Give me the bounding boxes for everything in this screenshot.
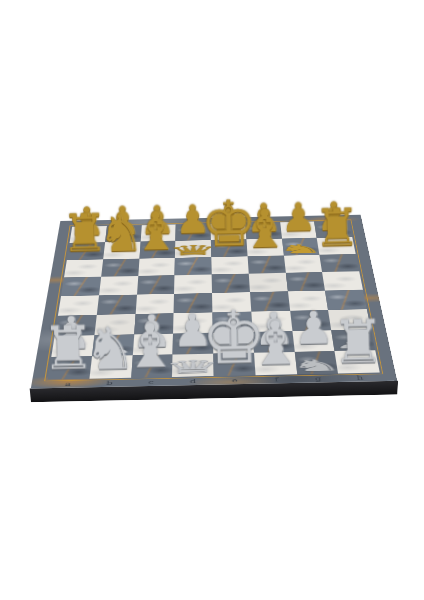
square-h4 [325, 290, 367, 310]
square-d6 [175, 257, 212, 275]
square-e4 [212, 292, 251, 312]
square-f3 [251, 311, 292, 332]
chessboard-scene: ♟♟♟♟♟♟♟♟♜♞♝♛♚♝♞♜♟♟♟♟♟♟♟♟♜♞♝♛♚♝♞♜ abcdefg… [44, 125, 381, 462]
square-e2: ♟ [213, 332, 254, 354]
square-c1: ♝ [131, 355, 173, 378]
square-g1: ♞ [294, 351, 338, 374]
gold-pawn-f8: ♟ [245, 199, 281, 239]
square-f7: ♝ [246, 239, 283, 257]
square-h3 [328, 309, 371, 330]
square-b6 [101, 258, 139, 276]
square-d2: ♟ [173, 333, 214, 355]
square-a4 [58, 295, 99, 315]
square-f4 [250, 291, 290, 311]
square-b7: ♞ [103, 241, 140, 259]
square-f5 [249, 273, 288, 292]
square-f2: ♟ [252, 331, 294, 353]
square-a2: ♟ [51, 335, 94, 357]
gold-pawn-e8: ♟ [210, 200, 246, 240]
square-f6 [247, 255, 285, 273]
square-g2: ♟ [292, 330, 335, 352]
square-b8: ♟ [105, 225, 141, 242]
square-b2: ♟ [92, 334, 134, 356]
square-a3 [55, 315, 97, 336]
board-border: ♟♟♟♟♟♟♟♟♜♞♝♛♚♝♞♜♟♟♟♟♟♟♟♟♜♞♝♛♚♝♞♜ abcdefg… [31, 215, 397, 389]
square-e5 [212, 274, 250, 293]
gold-pawn-g8: ♟ [281, 198, 317, 238]
silver-pawn-b2: ♟ [92, 343, 133, 356]
square-d1: ♛ [172, 354, 214, 377]
square-e1: ♚ [213, 353, 255, 376]
gold-pawn-b8: ♟ [104, 202, 140, 242]
square-a7: ♜ [67, 242, 105, 260]
square-d5 [174, 275, 212, 294]
square-e8: ♟ [211, 223, 247, 240]
square-e7: ♚ [211, 239, 247, 257]
square-h8: ♟ [314, 221, 352, 238]
square-g8: ♟ [280, 222, 317, 239]
square-g6 [283, 255, 322, 273]
square-a1: ♜ [48, 356, 92, 379]
square-c6 [138, 258, 175, 276]
square-e6 [211, 256, 248, 274]
square-b4 [97, 295, 137, 315]
gold-pawn-a8: ♟ [69, 202, 105, 242]
square-b1: ♞ [89, 355, 132, 378]
square-c2: ♟ [132, 333, 173, 355]
square-d8: ♟ [176, 224, 211, 241]
square-h6 [320, 254, 360, 272]
square-c7: ♝ [139, 241, 176, 259]
board-grid: ♟♟♟♟♟♟♟♟♜♞♝♛♚♝♞♜♟♟♟♟♟♟♟♟♜♞♝♛♚♝♞♜ [48, 221, 380, 380]
square-c8: ♟ [140, 225, 176, 242]
square-d4 [174, 293, 213, 313]
gold-pawn-d8: ♟ [175, 200, 211, 240]
square-b5 [99, 276, 138, 295]
square-g5 [285, 272, 325, 291]
gold-pawn-c8: ♟ [139, 201, 175, 241]
gold-pawn-h8: ♟ [316, 197, 352, 237]
product-photo: ♟♟♟♟♟♟♟♟♜♞♝♛♚♝♞♜♟♟♟♟♟♟♟♟♜♞♝♛♚♝♞♜ abcdefg… [0, 0, 424, 600]
square-h2: ♟ [331, 329, 375, 351]
square-c4 [135, 294, 174, 314]
chessboard: ♟♟♟♟♟♟♟♟♜♞♝♛♚♝♞♜♟♟♟♟♟♟♟♟♜♞♝♛♚♝♞♜ abcdefg… [31, 215, 397, 389]
square-f8: ♟ [245, 222, 281, 239]
square-g7: ♞ [282, 238, 320, 256]
square-h1: ♜ [335, 350, 380, 373]
square-c5 [137, 275, 175, 294]
square-e3 [212, 312, 252, 333]
square-h5 [322, 271, 363, 290]
square-g4 [287, 291, 328, 311]
square-a5 [61, 277, 101, 296]
square-a8: ♟ [70, 226, 107, 243]
square-a6 [64, 259, 103, 277]
square-b3 [94, 314, 135, 335]
square-d7: ♛ [175, 240, 211, 258]
square-g3 [290, 310, 332, 331]
square-h7: ♜ [317, 237, 356, 255]
square-d3 [173, 312, 213, 333]
silver-pawn-h2: ♟ [333, 338, 375, 351]
square-c3 [134, 313, 174, 334]
square-f1: ♝ [254, 352, 297, 375]
